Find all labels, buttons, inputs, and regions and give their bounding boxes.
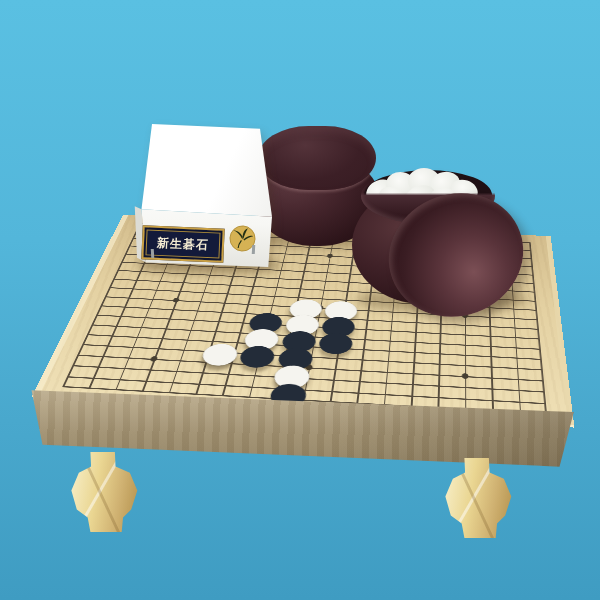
stone-box: 新生碁石 <box>128 118 278 270</box>
stone-box-label: 新生碁石 <box>141 225 224 263</box>
table-leg-left <box>70 452 138 532</box>
table-leg-right <box>444 458 512 538</box>
box-tab-right <box>252 245 255 254</box>
leaning-lid-disc <box>371 174 541 335</box>
scene: ●●●●●●●●●●●●● 新生碁石 <box>0 0 600 600</box>
black-stone-glyph: ● <box>315 327 357 356</box>
white-stone: ● <box>199 345 242 365</box>
white-stone-glyph: ● <box>198 337 244 367</box>
black-stone: ● <box>316 334 356 353</box>
box-tab-left <box>151 249 154 258</box>
stone-box-label-text: 新生碁石 <box>157 234 210 253</box>
leaning-bowl-lid <box>386 192 528 322</box>
black-stone: ● <box>236 347 278 367</box>
